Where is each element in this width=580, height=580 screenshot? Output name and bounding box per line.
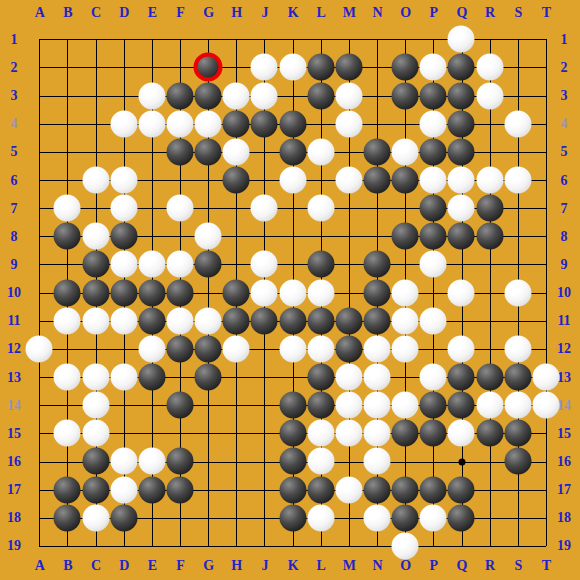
board-intersection[interactable] — [335, 447, 363, 475]
board-intersection[interactable] — [532, 25, 560, 53]
board-intersection[interactable] — [363, 25, 391, 53]
board-intersection[interactable] — [194, 278, 222, 306]
board-intersection[interactable] — [194, 138, 222, 166]
board-intersection[interactable] — [25, 81, 53, 109]
board-intersection[interactable] — [138, 363, 166, 391]
board-intersection[interactable] — [447, 250, 475, 278]
board-intersection[interactable] — [278, 504, 306, 532]
board-intersection[interactable] — [81, 504, 109, 532]
board-intersection[interactable] — [278, 278, 306, 306]
board-intersection[interactable] — [250, 250, 278, 278]
board-intersection[interactable] — [278, 335, 306, 363]
board-intersection[interactable] — [25, 307, 53, 335]
board-intersection[interactable] — [166, 335, 194, 363]
board-intersection[interactable] — [166, 166, 194, 194]
board-intersection[interactable] — [335, 81, 363, 109]
board-intersection[interactable] — [335, 25, 363, 53]
board-intersection[interactable] — [363, 81, 391, 109]
board-intersection[interactable] — [391, 391, 419, 419]
board-intersection[interactable] — [110, 419, 138, 447]
board-intersection[interactable] — [110, 53, 138, 81]
board-intersection[interactable] — [53, 53, 81, 81]
board-intersection[interactable] — [25, 138, 53, 166]
board-intersection[interactable] — [166, 194, 194, 222]
board-intersection[interactable] — [110, 278, 138, 306]
board-intersection[interactable] — [25, 166, 53, 194]
board-intersection[interactable] — [419, 53, 447, 81]
board-intersection[interactable] — [504, 391, 532, 419]
board-intersection[interactable] — [166, 475, 194, 503]
board-intersection[interactable] — [194, 447, 222, 475]
board-intersection[interactable] — [81, 110, 109, 138]
board-intersection[interactable] — [363, 138, 391, 166]
board-intersection[interactable] — [532, 81, 560, 109]
board-intersection[interactable] — [447, 504, 475, 532]
board-intersection[interactable] — [504, 307, 532, 335]
board-intersection[interactable] — [138, 194, 166, 222]
board-intersection[interactable] — [110, 194, 138, 222]
board-intersection[interactable] — [391, 475, 419, 503]
board-intersection[interactable] — [391, 25, 419, 53]
board-intersection[interactable] — [278, 475, 306, 503]
board-intersection[interactable] — [25, 335, 53, 363]
board-intersection[interactable] — [363, 166, 391, 194]
board-intersection[interactable] — [53, 307, 81, 335]
board-intersection[interactable] — [166, 307, 194, 335]
board-intersection[interactable] — [138, 504, 166, 532]
board-intersection[interactable] — [110, 447, 138, 475]
board-intersection[interactable] — [475, 222, 503, 250]
board-intersection[interactable] — [335, 53, 363, 81]
board-intersection[interactable] — [391, 166, 419, 194]
board-intersection[interactable] — [363, 110, 391, 138]
board-intersection[interactable] — [307, 166, 335, 194]
board-intersection[interactable] — [25, 278, 53, 306]
board-intersection[interactable] — [81, 222, 109, 250]
board-intersection[interactable] — [504, 447, 532, 475]
board-intersection[interactable] — [250, 363, 278, 391]
board-intersection[interactable] — [419, 110, 447, 138]
board-intersection[interactable] — [504, 250, 532, 278]
board-intersection[interactable] — [447, 53, 475, 81]
board-intersection[interactable] — [250, 81, 278, 109]
board-intersection[interactable] — [278, 53, 306, 81]
board-intersection[interactable] — [81, 532, 109, 560]
board-intersection[interactable] — [278, 110, 306, 138]
board-intersection[interactable] — [419, 138, 447, 166]
board-intersection[interactable] — [25, 110, 53, 138]
board-intersection[interactable] — [363, 250, 391, 278]
board-intersection[interactable] — [419, 278, 447, 306]
board-intersection[interactable] — [81, 25, 109, 53]
board-intersection[interactable] — [53, 363, 81, 391]
board-intersection[interactable] — [222, 532, 250, 560]
board-intersection[interactable] — [166, 278, 194, 306]
board-intersection[interactable] — [250, 222, 278, 250]
board-intersection[interactable] — [250, 166, 278, 194]
board-intersection[interactable] — [222, 53, 250, 81]
board-intersection[interactable] — [447, 166, 475, 194]
board-intersection[interactable] — [81, 307, 109, 335]
board-intersection[interactable] — [447, 335, 475, 363]
board-intersection[interactable] — [250, 532, 278, 560]
board-intersection[interactable] — [81, 391, 109, 419]
board-intersection[interactable] — [504, 194, 532, 222]
board-intersection[interactable] — [504, 81, 532, 109]
board-intersection[interactable] — [81, 335, 109, 363]
board-intersection[interactable] — [419, 250, 447, 278]
board-intersection[interactable] — [222, 194, 250, 222]
board-intersection[interactable] — [250, 138, 278, 166]
board-intersection[interactable] — [532, 138, 560, 166]
board-intersection[interactable] — [166, 419, 194, 447]
board-intersection[interactable] — [138, 475, 166, 503]
board-intersection[interactable] — [138, 419, 166, 447]
board-intersection[interactable] — [138, 278, 166, 306]
board-intersection[interactable] — [419, 475, 447, 503]
board-intersection[interactable] — [166, 532, 194, 560]
board-intersection[interactable] — [363, 504, 391, 532]
board-intersection[interactable] — [447, 110, 475, 138]
board-intersection[interactable] — [335, 307, 363, 335]
board-intersection[interactable] — [335, 138, 363, 166]
board-intersection[interactable] — [278, 166, 306, 194]
board-intersection[interactable] — [447, 307, 475, 335]
board-intersection[interactable] — [363, 363, 391, 391]
board-intersection[interactable] — [110, 81, 138, 109]
board-intersection[interactable] — [532, 391, 560, 419]
board-intersection[interactable] — [307, 250, 335, 278]
board-intersection[interactable] — [250, 504, 278, 532]
board-intersection[interactable] — [391, 53, 419, 81]
board-intersection[interactable] — [278, 81, 306, 109]
board-intersection[interactable] — [166, 222, 194, 250]
board-intersection[interactable] — [194, 391, 222, 419]
board-intersection[interactable] — [504, 110, 532, 138]
board-intersection[interactable] — [391, 138, 419, 166]
board-intersection[interactable] — [110, 363, 138, 391]
board-intersection[interactable] — [222, 363, 250, 391]
board-intersection[interactable] — [475, 447, 503, 475]
board-intersection[interactable] — [307, 532, 335, 560]
board-intersection[interactable] — [391, 335, 419, 363]
board-intersection[interactable] — [447, 278, 475, 306]
board-intersection[interactable] — [475, 138, 503, 166]
board-intersection[interactable] — [53, 504, 81, 532]
board-intersection[interactable] — [419, 532, 447, 560]
board-intersection[interactable] — [419, 307, 447, 335]
board-intersection[interactable] — [532, 447, 560, 475]
board-intersection[interactable] — [475, 504, 503, 532]
board-intersection[interactable] — [475, 419, 503, 447]
board-intersection[interactable] — [194, 419, 222, 447]
board-intersection[interactable] — [53, 166, 81, 194]
board-intersection[interactable] — [194, 363, 222, 391]
board-intersection[interactable] — [138, 53, 166, 81]
board-intersection[interactable] — [475, 110, 503, 138]
board-intersection[interactable] — [194, 81, 222, 109]
board-intersection[interactable] — [194, 335, 222, 363]
board-intersection[interactable] — [53, 391, 81, 419]
board-intersection[interactable] — [391, 110, 419, 138]
board-intersection[interactable] — [110, 307, 138, 335]
board-intersection[interactable] — [475, 250, 503, 278]
board-intersection[interactable] — [391, 532, 419, 560]
board-intersection[interactable] — [475, 475, 503, 503]
board-intersection[interactable] — [391, 419, 419, 447]
board-intersection[interactable] — [532, 222, 560, 250]
board-intersection[interactable] — [475, 363, 503, 391]
board-intersection[interactable] — [391, 194, 419, 222]
board-intersection[interactable] — [53, 25, 81, 53]
board-intersection[interactable] — [250, 447, 278, 475]
board-intersection[interactable] — [25, 363, 53, 391]
board-intersection[interactable] — [110, 250, 138, 278]
board-intersection[interactable] — [110, 110, 138, 138]
board-intersection[interactable] — [391, 250, 419, 278]
board-intersection[interactable] — [25, 419, 53, 447]
board-intersection[interactable] — [250, 335, 278, 363]
board-intersection[interactable] — [250, 25, 278, 53]
board-intersection[interactable] — [166, 363, 194, 391]
board-intersection[interactable] — [419, 363, 447, 391]
board-intersection[interactable] — [504, 25, 532, 53]
board-intersection[interactable] — [504, 475, 532, 503]
board-intersection[interactable] — [419, 504, 447, 532]
board-intersection[interactable] — [335, 222, 363, 250]
board-intersection[interactable] — [53, 110, 81, 138]
board-intersection[interactable] — [222, 25, 250, 53]
board-intersection[interactable] — [447, 391, 475, 419]
board-intersection[interactable] — [335, 250, 363, 278]
board-intersection[interactable] — [475, 391, 503, 419]
board-intersection[interactable] — [363, 307, 391, 335]
board-intersection[interactable] — [419, 222, 447, 250]
board-intersection[interactable] — [335, 532, 363, 560]
board-intersection[interactable] — [363, 391, 391, 419]
board-intersection[interactable] — [194, 53, 222, 81]
board-intersection[interactable] — [25, 532, 53, 560]
board-intersection[interactable] — [222, 335, 250, 363]
board-intersection[interactable] — [504, 222, 532, 250]
board-intersection[interactable] — [504, 335, 532, 363]
board-intersection[interactable] — [166, 110, 194, 138]
board-intersection[interactable] — [138, 250, 166, 278]
board-intersection[interactable] — [335, 278, 363, 306]
board-intersection[interactable] — [335, 363, 363, 391]
board-intersection[interactable] — [447, 419, 475, 447]
board-intersection[interactable] — [250, 278, 278, 306]
board-intersection[interactable] — [307, 307, 335, 335]
board-intersection[interactable] — [250, 475, 278, 503]
board-intersection[interactable] — [307, 138, 335, 166]
board-intersection[interactable] — [335, 110, 363, 138]
board-intersection[interactable] — [110, 391, 138, 419]
board-intersection[interactable] — [475, 81, 503, 109]
board-intersection[interactable] — [222, 391, 250, 419]
board-intersection[interactable] — [194, 166, 222, 194]
board-intersection[interactable] — [81, 447, 109, 475]
board-intersection[interactable] — [81, 278, 109, 306]
board-intersection[interactable] — [307, 335, 335, 363]
board-intersection[interactable] — [25, 250, 53, 278]
board-intersection[interactable] — [250, 53, 278, 81]
board-intersection[interactable] — [81, 166, 109, 194]
board-intersection[interactable] — [166, 25, 194, 53]
stone-grid[interactable] — [25, 25, 560, 560]
board-intersection[interactable] — [475, 25, 503, 53]
board-intersection[interactable] — [138, 335, 166, 363]
board-intersection[interactable] — [419, 391, 447, 419]
board-intersection[interactable] — [194, 250, 222, 278]
board-intersection[interactable] — [166, 138, 194, 166]
board-intersection[interactable] — [475, 335, 503, 363]
board-intersection[interactable] — [278, 391, 306, 419]
board-intersection[interactable] — [363, 222, 391, 250]
board-intersection[interactable] — [110, 166, 138, 194]
board-intersection[interactable] — [194, 532, 222, 560]
board-intersection[interactable] — [307, 81, 335, 109]
board-intersection[interactable] — [391, 81, 419, 109]
board-intersection[interactable] — [419, 419, 447, 447]
board-intersection[interactable] — [25, 447, 53, 475]
board-intersection[interactable] — [278, 363, 306, 391]
board-intersection[interactable] — [363, 419, 391, 447]
board-intersection[interactable] — [475, 307, 503, 335]
board-intersection[interactable] — [278, 194, 306, 222]
board-intersection[interactable] — [81, 194, 109, 222]
board-intersection[interactable] — [81, 363, 109, 391]
board-intersection[interactable] — [475, 166, 503, 194]
board-intersection[interactable] — [166, 504, 194, 532]
board-intersection[interactable] — [532, 532, 560, 560]
board-intersection[interactable] — [532, 53, 560, 81]
board-intersection[interactable] — [53, 419, 81, 447]
board-intersection[interactable] — [278, 222, 306, 250]
board-intersection[interactable] — [363, 53, 391, 81]
board-intersection[interactable] — [391, 307, 419, 335]
board-intersection[interactable] — [222, 222, 250, 250]
board-intersection[interactable] — [194, 504, 222, 532]
board-intersection[interactable] — [138, 166, 166, 194]
board-intersection[interactable] — [53, 278, 81, 306]
board-intersection[interactable] — [110, 25, 138, 53]
board-intersection[interactable] — [81, 138, 109, 166]
board-intersection[interactable] — [307, 194, 335, 222]
board-intersection[interactable] — [532, 250, 560, 278]
board-intersection[interactable] — [138, 391, 166, 419]
board-intersection[interactable] — [475, 194, 503, 222]
board-intersection[interactable] — [307, 25, 335, 53]
board-intersection[interactable] — [53, 447, 81, 475]
board-intersection[interactable] — [307, 419, 335, 447]
board-intersection[interactable] — [307, 53, 335, 81]
board-intersection[interactable] — [363, 447, 391, 475]
board-intersection[interactable] — [447, 222, 475, 250]
go-board[interactable]: AABBCCDDEEFFGGHHJJKKLLMMNNOOPPQQRRSSTT11… — [0, 0, 580, 580]
board-intersection[interactable] — [194, 194, 222, 222]
board-intersection[interactable] — [53, 222, 81, 250]
board-intersection[interactable] — [250, 307, 278, 335]
board-intersection[interactable] — [194, 110, 222, 138]
board-intersection[interactable] — [166, 447, 194, 475]
board-intersection[interactable] — [504, 363, 532, 391]
board-intersection[interactable] — [391, 222, 419, 250]
board-intersection[interactable] — [532, 504, 560, 532]
board-intersection[interactable] — [532, 363, 560, 391]
board-intersection[interactable] — [25, 475, 53, 503]
board-intersection[interactable] — [194, 25, 222, 53]
board-intersection[interactable] — [194, 475, 222, 503]
board-intersection[interactable] — [278, 250, 306, 278]
board-intersection[interactable] — [447, 194, 475, 222]
board-intersection[interactable] — [25, 391, 53, 419]
board-intersection[interactable] — [110, 222, 138, 250]
board-intersection[interactable] — [504, 53, 532, 81]
board-intersection[interactable] — [53, 335, 81, 363]
board-intersection[interactable] — [138, 25, 166, 53]
board-intersection[interactable] — [363, 278, 391, 306]
board-intersection[interactable] — [307, 110, 335, 138]
board-intersection[interactable] — [532, 194, 560, 222]
board-intersection[interactable] — [110, 504, 138, 532]
board-intersection[interactable] — [194, 222, 222, 250]
board-intersection[interactable] — [250, 419, 278, 447]
board-intersection[interactable] — [335, 475, 363, 503]
board-intersection[interactable] — [138, 307, 166, 335]
board-intersection[interactable] — [81, 81, 109, 109]
board-intersection[interactable] — [53, 475, 81, 503]
board-intersection[interactable] — [335, 166, 363, 194]
board-intersection[interactable] — [222, 250, 250, 278]
board-intersection[interactable] — [307, 475, 335, 503]
board-intersection[interactable] — [335, 335, 363, 363]
board-intersection[interactable] — [138, 81, 166, 109]
board-intersection[interactable] — [278, 307, 306, 335]
board-intersection[interactable] — [222, 447, 250, 475]
board-intersection[interactable] — [138, 110, 166, 138]
board-intersection[interactable] — [138, 222, 166, 250]
board-intersection[interactable] — [335, 419, 363, 447]
board-intersection[interactable] — [138, 532, 166, 560]
board-intersection[interactable] — [25, 504, 53, 532]
board-intersection[interactable] — [532, 475, 560, 503]
board-intersection[interactable] — [110, 475, 138, 503]
board-intersection[interactable] — [25, 194, 53, 222]
board-intersection[interactable] — [81, 475, 109, 503]
board-intersection[interactable] — [166, 250, 194, 278]
board-intersection[interactable] — [504, 419, 532, 447]
board-intersection[interactable] — [25, 222, 53, 250]
board-intersection[interactable] — [504, 532, 532, 560]
board-intersection[interactable] — [194, 307, 222, 335]
board-intersection[interactable] — [222, 504, 250, 532]
board-intersection[interactable] — [307, 504, 335, 532]
board-intersection[interactable] — [307, 278, 335, 306]
board-intersection[interactable] — [532, 335, 560, 363]
board-intersection[interactable] — [166, 81, 194, 109]
board-intersection[interactable] — [363, 335, 391, 363]
board-intersection[interactable] — [307, 363, 335, 391]
board-intersection[interactable] — [250, 110, 278, 138]
board-intersection[interactable] — [166, 53, 194, 81]
board-intersection[interactable] — [447, 25, 475, 53]
board-intersection[interactable] — [532, 278, 560, 306]
board-intersection[interactable] — [475, 278, 503, 306]
board-intersection[interactable] — [110, 138, 138, 166]
board-intersection[interactable] — [532, 307, 560, 335]
board-intersection[interactable] — [475, 532, 503, 560]
